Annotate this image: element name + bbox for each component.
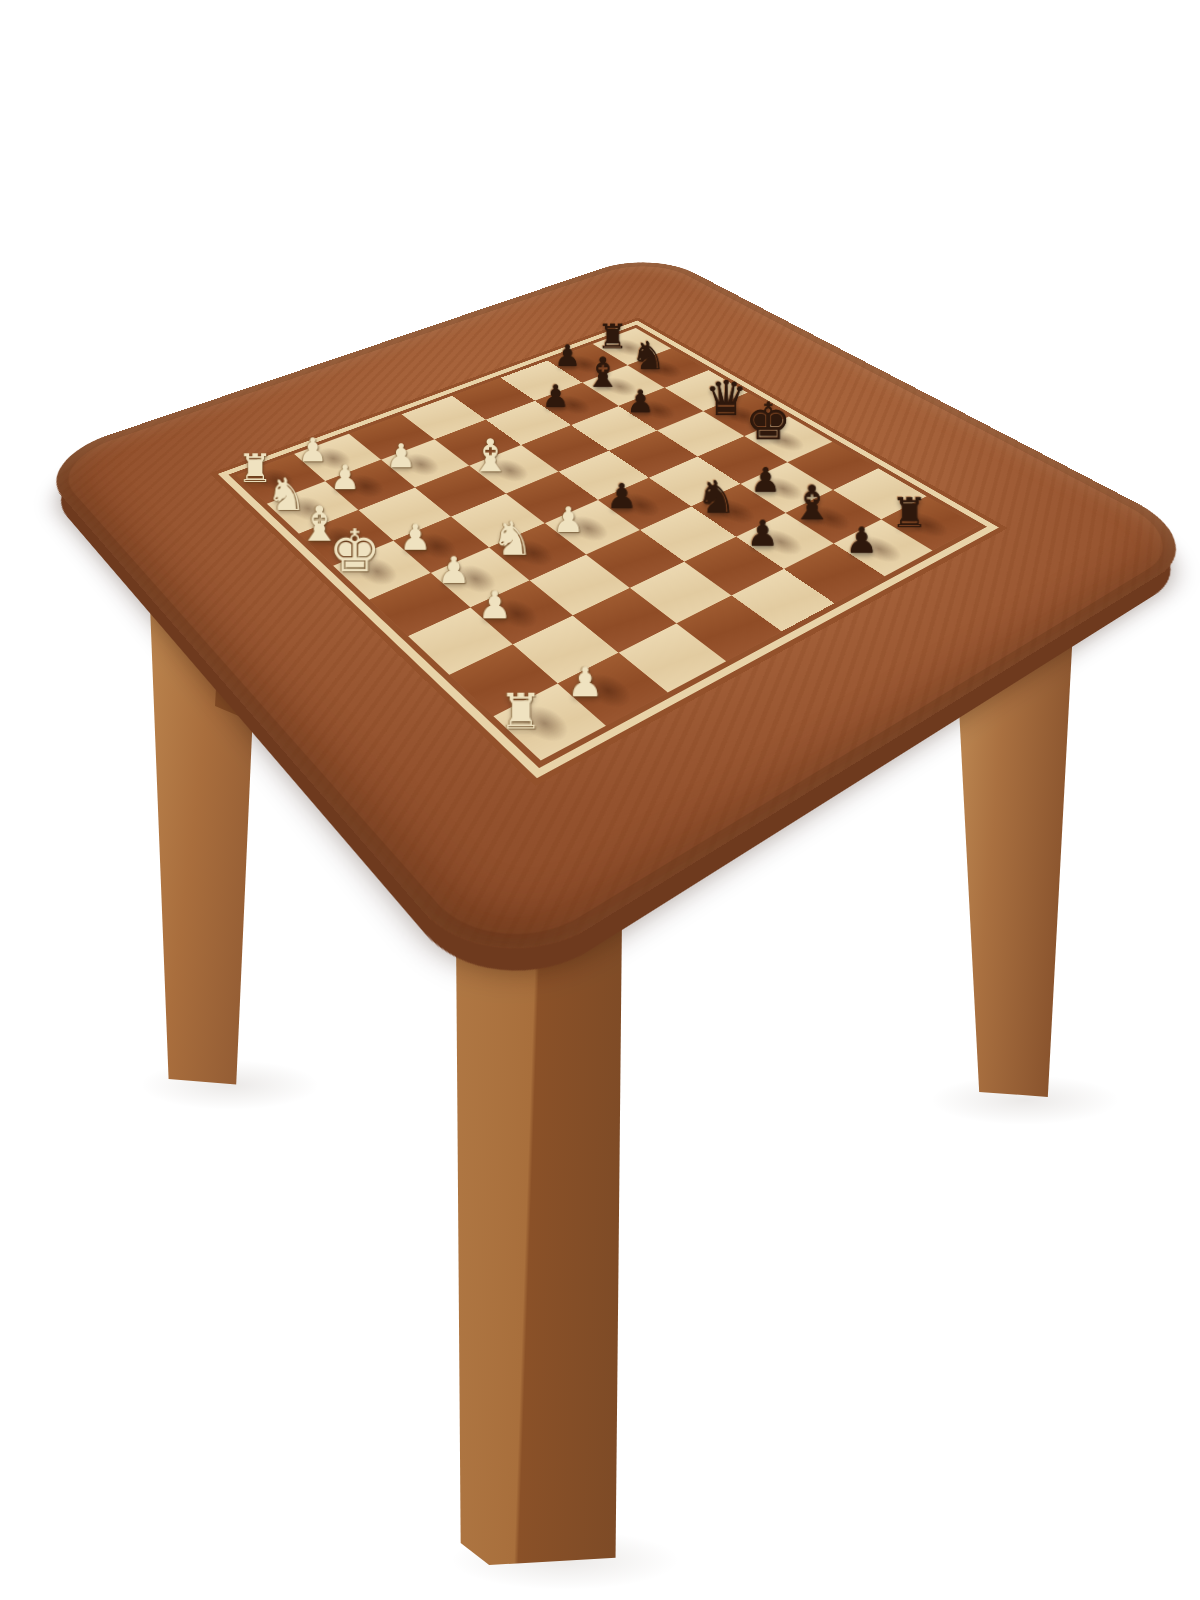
square-g4 — [630, 562, 732, 624]
chess-table-photo: ♜♞♛♚♜♟♝♟♟♝♟♟♞♟♟♝♟♟♞♟♟♟♟♟♟♜♞♝♚♜ — [0, 0, 1200, 1600]
white-pawn-e4: ♟ — [553, 502, 585, 537]
square-e5: ♟ — [598, 478, 691, 530]
black-pawn-f7: ♟ — [750, 463, 780, 497]
black-pawn-c7: ♟ — [626, 386, 654, 417]
white-pawn-h2: ♟ — [567, 661, 604, 702]
black-rook-h8: ♜ — [891, 492, 928, 533]
white-pawn-f2: ♟ — [478, 586, 512, 624]
black-bishop-g7: ♝ — [791, 479, 833, 526]
white-rook-h1: ♜ — [499, 687, 543, 736]
black-pawn-e5: ♟ — [606, 479, 637, 513]
black-pawn-a7: ♟ — [554, 341, 581, 371]
white-bishop-c4: ♝ — [470, 433, 510, 478]
chess-board: ♜♞♛♚♜♟♝♟♟♝♟♟♞♟♟♝♟♟♞♟♟♟♟♟♟♜♞♝♚♜ — [237, 328, 979, 761]
board-frame: ♜♞♛♚♜♟♝♟♟♝♟♟♞♟♟♝♟♟♞♟♟♟♟♟♟♜♞♝♚♜ — [237, 328, 979, 761]
black-pawn-b6: ♟ — [542, 381, 570, 412]
white-pawn-d2: ♟ — [399, 519, 431, 555]
white-pawn-a2: ♟ — [298, 433, 327, 466]
black-king-e8: ♚ — [745, 397, 791, 448]
black-bishop-b7: ♝ — [585, 352, 622, 393]
black-knight-b8: ♞ — [631, 337, 666, 376]
black-knight-f6: ♞ — [696, 475, 736, 520]
white-pawn-b3: ♟ — [386, 439, 416, 472]
black-queen-d8: ♛ — [705, 374, 748, 422]
black-pawn-g6: ♟ — [747, 515, 779, 551]
black-pawn-h7: ♟ — [846, 522, 878, 558]
white-pawn-e2: ♟ — [437, 551, 470, 588]
white-knight-e3: ♞ — [492, 516, 534, 563]
white-pawn-b2: ♟ — [330, 460, 360, 494]
white-king-d1: ♚ — [329, 523, 381, 581]
